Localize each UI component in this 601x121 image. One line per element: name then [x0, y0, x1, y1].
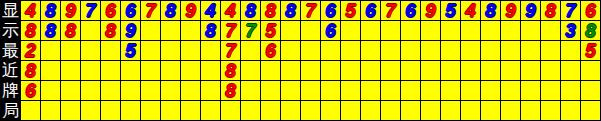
cell-r4c12 — [241, 61, 261, 81]
cell-r3c23 — [461, 41, 481, 61]
cell-r4c21 — [421, 61, 441, 81]
cell-r3c3 — [61, 41, 81, 61]
cell-r6c9 — [181, 101, 201, 121]
cell-r6c29 — [581, 101, 601, 121]
cell-r3c29: 5 — [581, 41, 601, 61]
cell-r1c4: 7 — [81, 1, 101, 21]
cell-r2c26 — [521, 21, 541, 41]
cell-r6c7 — [141, 101, 161, 121]
cell-r6c28 — [561, 101, 581, 121]
cell-r5c13 — [261, 81, 281, 101]
cell-r5c21 — [421, 81, 441, 101]
cell-r2c21 — [421, 21, 441, 41]
cell-r6c24 — [481, 101, 501, 121]
cell-r2c25 — [501, 21, 521, 41]
cell-r4c14 — [281, 61, 301, 81]
cell-r4c16 — [321, 61, 341, 81]
cell-r4c9 — [181, 61, 201, 81]
cell-r2c19 — [381, 21, 401, 41]
cell-r5c5 — [101, 81, 121, 101]
cell-r5c17 — [341, 81, 361, 101]
title-char-2: 最 — [0, 41, 21, 61]
cell-r3c22 — [441, 41, 461, 61]
cell-r4c2 — [41, 61, 61, 81]
cell-r2c18 — [361, 21, 381, 41]
cell-r2c8 — [161, 21, 181, 41]
cell-r1c2: 8 — [41, 1, 61, 21]
cell-r6c2 — [41, 101, 61, 121]
cell-r3c28 — [561, 41, 581, 61]
cell-r4c7 — [141, 61, 161, 81]
cell-r4c25 — [501, 61, 521, 81]
cell-r5c23 — [461, 81, 481, 101]
cell-r1c11: 4 — [221, 1, 241, 21]
cell-r3c9 — [181, 41, 201, 61]
cell-r6c26 — [521, 101, 541, 121]
cell-r1c10: 4 — [201, 1, 221, 21]
cell-r6c27 — [541, 101, 561, 121]
cell-r1c8: 8 — [161, 1, 181, 21]
cell-r1c17: 5 — [341, 1, 361, 21]
cell-r3c18 — [361, 41, 381, 61]
cell-r5c10 — [201, 81, 221, 101]
cell-r6c6 — [121, 101, 141, 121]
cell-r4c4 — [81, 61, 101, 81]
cell-r4c11: 8 — [221, 61, 241, 81]
cell-r2c17 — [341, 21, 361, 41]
cell-r4c18 — [361, 61, 381, 81]
cell-r1c20: 6 — [401, 1, 421, 21]
cell-r1c1: 4 — [21, 1, 41, 21]
cell-r5c12 — [241, 81, 261, 101]
cell-r6c18 — [361, 101, 381, 121]
cell-r5c6 — [121, 81, 141, 101]
cell-r6c8 — [161, 101, 181, 121]
cell-r5c11: 8 — [221, 81, 241, 101]
cell-r3c12 — [241, 41, 261, 61]
cell-r5c8 — [161, 81, 181, 101]
cell-r3c17 — [341, 41, 361, 61]
cell-r2c22 — [441, 21, 461, 41]
cell-r5c9 — [181, 81, 201, 101]
cell-r1c25: 9 — [501, 1, 521, 21]
cell-r1c16: 6 — [321, 1, 341, 21]
cell-r1c14: 8 — [281, 1, 301, 21]
cell-r3c15 — [301, 41, 321, 61]
cell-r2c4 — [81, 21, 101, 41]
title-char-4: 牌 — [0, 81, 21, 101]
cell-r4c24 — [481, 61, 501, 81]
cell-r2c11: 7 — [221, 21, 241, 41]
cell-r2c1: 8 — [21, 21, 41, 41]
cell-r4c26 — [521, 61, 541, 81]
cell-r1c29: 6 — [581, 1, 601, 21]
cell-r4c3 — [61, 61, 81, 81]
cell-r1c13: 8 — [261, 1, 281, 21]
cell-r6c23 — [461, 101, 481, 121]
cell-r4c13 — [261, 61, 281, 81]
cell-r3c24 — [481, 41, 501, 61]
cell-r3c6: 5 — [121, 41, 141, 61]
title-char-5: 局 — [0, 101, 21, 121]
cell-r1c28: 7 — [561, 1, 581, 21]
cell-r5c26 — [521, 81, 541, 101]
cell-r2c24 — [481, 21, 501, 41]
cell-r2c13: 5 — [261, 21, 281, 41]
cell-r3c14 — [281, 41, 301, 61]
cell-r4c29 — [581, 61, 601, 81]
recent-rounds-board: 显示最近牌局 489766789448887656769548998768888… — [0, 0, 601, 121]
cell-r1c5: 6 — [101, 1, 121, 21]
cell-r1c9: 9 — [181, 1, 201, 21]
title-char-3: 近 — [0, 61, 21, 81]
cell-r4c23 — [461, 61, 481, 81]
cell-r3c7 — [141, 41, 161, 61]
cell-r3c5 — [101, 41, 121, 61]
cell-r2c7 — [141, 21, 161, 41]
cell-r6c15 — [301, 101, 321, 121]
cell-r1c24: 8 — [481, 1, 501, 21]
cell-r3c20 — [401, 41, 421, 61]
cell-r5c14 — [281, 81, 301, 101]
cell-r2c27 — [541, 21, 561, 41]
cell-r3c25 — [501, 41, 521, 61]
cell-r6c25 — [501, 101, 521, 121]
cell-r5c20 — [401, 81, 421, 101]
cell-r2c10: 8 — [201, 21, 221, 41]
cell-r5c15 — [301, 81, 321, 101]
cell-r4c10 — [201, 61, 221, 81]
cell-r4c27 — [541, 61, 561, 81]
cell-r6c22 — [441, 101, 461, 121]
cell-r2c20 — [401, 21, 421, 41]
cell-r6c16 — [321, 101, 341, 121]
cell-r3c11: 7 — [221, 41, 241, 61]
cell-r6c1 — [21, 101, 41, 121]
cell-r4c8 — [161, 61, 181, 81]
title-char-1: 示 — [0, 21, 21, 41]
cell-r1c23: 4 — [461, 1, 481, 21]
cell-r2c12: 7 — [241, 21, 261, 41]
cell-r6c13 — [261, 101, 281, 121]
cell-r3c27 — [541, 41, 561, 61]
board-title-vertical: 显示最近牌局 — [0, 0, 21, 121]
cell-r2c6: 9 — [121, 21, 141, 41]
cell-r2c16: 6 — [321, 21, 341, 41]
cell-r5c3 — [61, 81, 81, 101]
cell-r2c2: 8 — [41, 21, 61, 41]
cell-r5c28 — [561, 81, 581, 101]
cell-r3c10 — [201, 41, 221, 61]
cell-r3c21 — [421, 41, 441, 61]
cell-r1c26: 9 — [521, 1, 541, 21]
cell-r6c3 — [61, 101, 81, 121]
cell-r3c19 — [381, 41, 401, 61]
cell-r3c16 — [321, 41, 341, 61]
cell-r5c16 — [321, 81, 341, 101]
cell-r5c22 — [441, 81, 461, 101]
cell-r6c19 — [381, 101, 401, 121]
cell-r2c23 — [461, 21, 481, 41]
cell-r1c21: 9 — [421, 1, 441, 21]
cell-r4c17 — [341, 61, 361, 81]
cell-r6c17 — [341, 101, 361, 121]
cell-r5c19 — [381, 81, 401, 101]
cell-r1c15: 7 — [301, 1, 321, 21]
cell-r1c3: 9 — [61, 1, 81, 21]
cell-r1c19: 7 — [381, 1, 401, 21]
cell-r3c1: 2 — [21, 41, 41, 61]
cell-r5c29 — [581, 81, 601, 101]
cell-r4c15 — [301, 61, 321, 81]
cell-r4c5 — [101, 61, 121, 81]
cell-r2c14 — [281, 21, 301, 41]
cell-r2c3: 8 — [61, 21, 81, 41]
cell-r5c25 — [501, 81, 521, 101]
cell-r6c21 — [421, 101, 441, 121]
cell-r3c8 — [161, 41, 181, 61]
cell-r2c28: 3 — [561, 21, 581, 41]
cell-r6c12 — [241, 101, 261, 121]
cell-r1c18: 6 — [361, 1, 381, 21]
cell-r1c22: 5 — [441, 1, 461, 21]
cell-r6c4 — [81, 101, 101, 121]
cell-r2c29: 8 — [581, 21, 601, 41]
cell-r6c5 — [101, 101, 121, 121]
cell-r1c27: 8 — [541, 1, 561, 21]
cell-r5c24 — [481, 81, 501, 101]
cell-r5c18 — [361, 81, 381, 101]
cell-r4c22 — [441, 61, 461, 81]
cell-r5c4 — [81, 81, 101, 101]
cell-r2c9 — [181, 21, 201, 41]
cell-r2c15 — [301, 21, 321, 41]
cell-r4c1: 8 — [21, 61, 41, 81]
cell-r3c4 — [81, 41, 101, 61]
cell-r3c26 — [521, 41, 541, 61]
cell-r1c6: 6 — [121, 1, 141, 21]
cell-r6c14 — [281, 101, 301, 121]
cell-r3c2 — [41, 41, 61, 61]
cell-r6c11 — [221, 101, 241, 121]
cell-r4c28 — [561, 61, 581, 81]
cell-r5c1: 6 — [21, 81, 41, 101]
cell-r4c6 — [121, 61, 141, 81]
cell-r1c12: 8 — [241, 1, 261, 21]
cell-r6c10 — [201, 101, 221, 121]
cell-r5c2 — [41, 81, 61, 101]
cell-r2c5: 8 — [101, 21, 121, 41]
cell-r1c7: 7 — [141, 1, 161, 21]
history-grid: 4897667894488876567695489987688889877563… — [21, 0, 601, 121]
cell-r6c20 — [401, 101, 421, 121]
cell-r5c27 — [541, 81, 561, 101]
title-char-0: 显 — [0, 1, 21, 21]
cell-r4c20 — [401, 61, 421, 81]
cell-r3c13: 6 — [261, 41, 281, 61]
cell-r4c19 — [381, 61, 401, 81]
cell-r5c7 — [141, 81, 161, 101]
